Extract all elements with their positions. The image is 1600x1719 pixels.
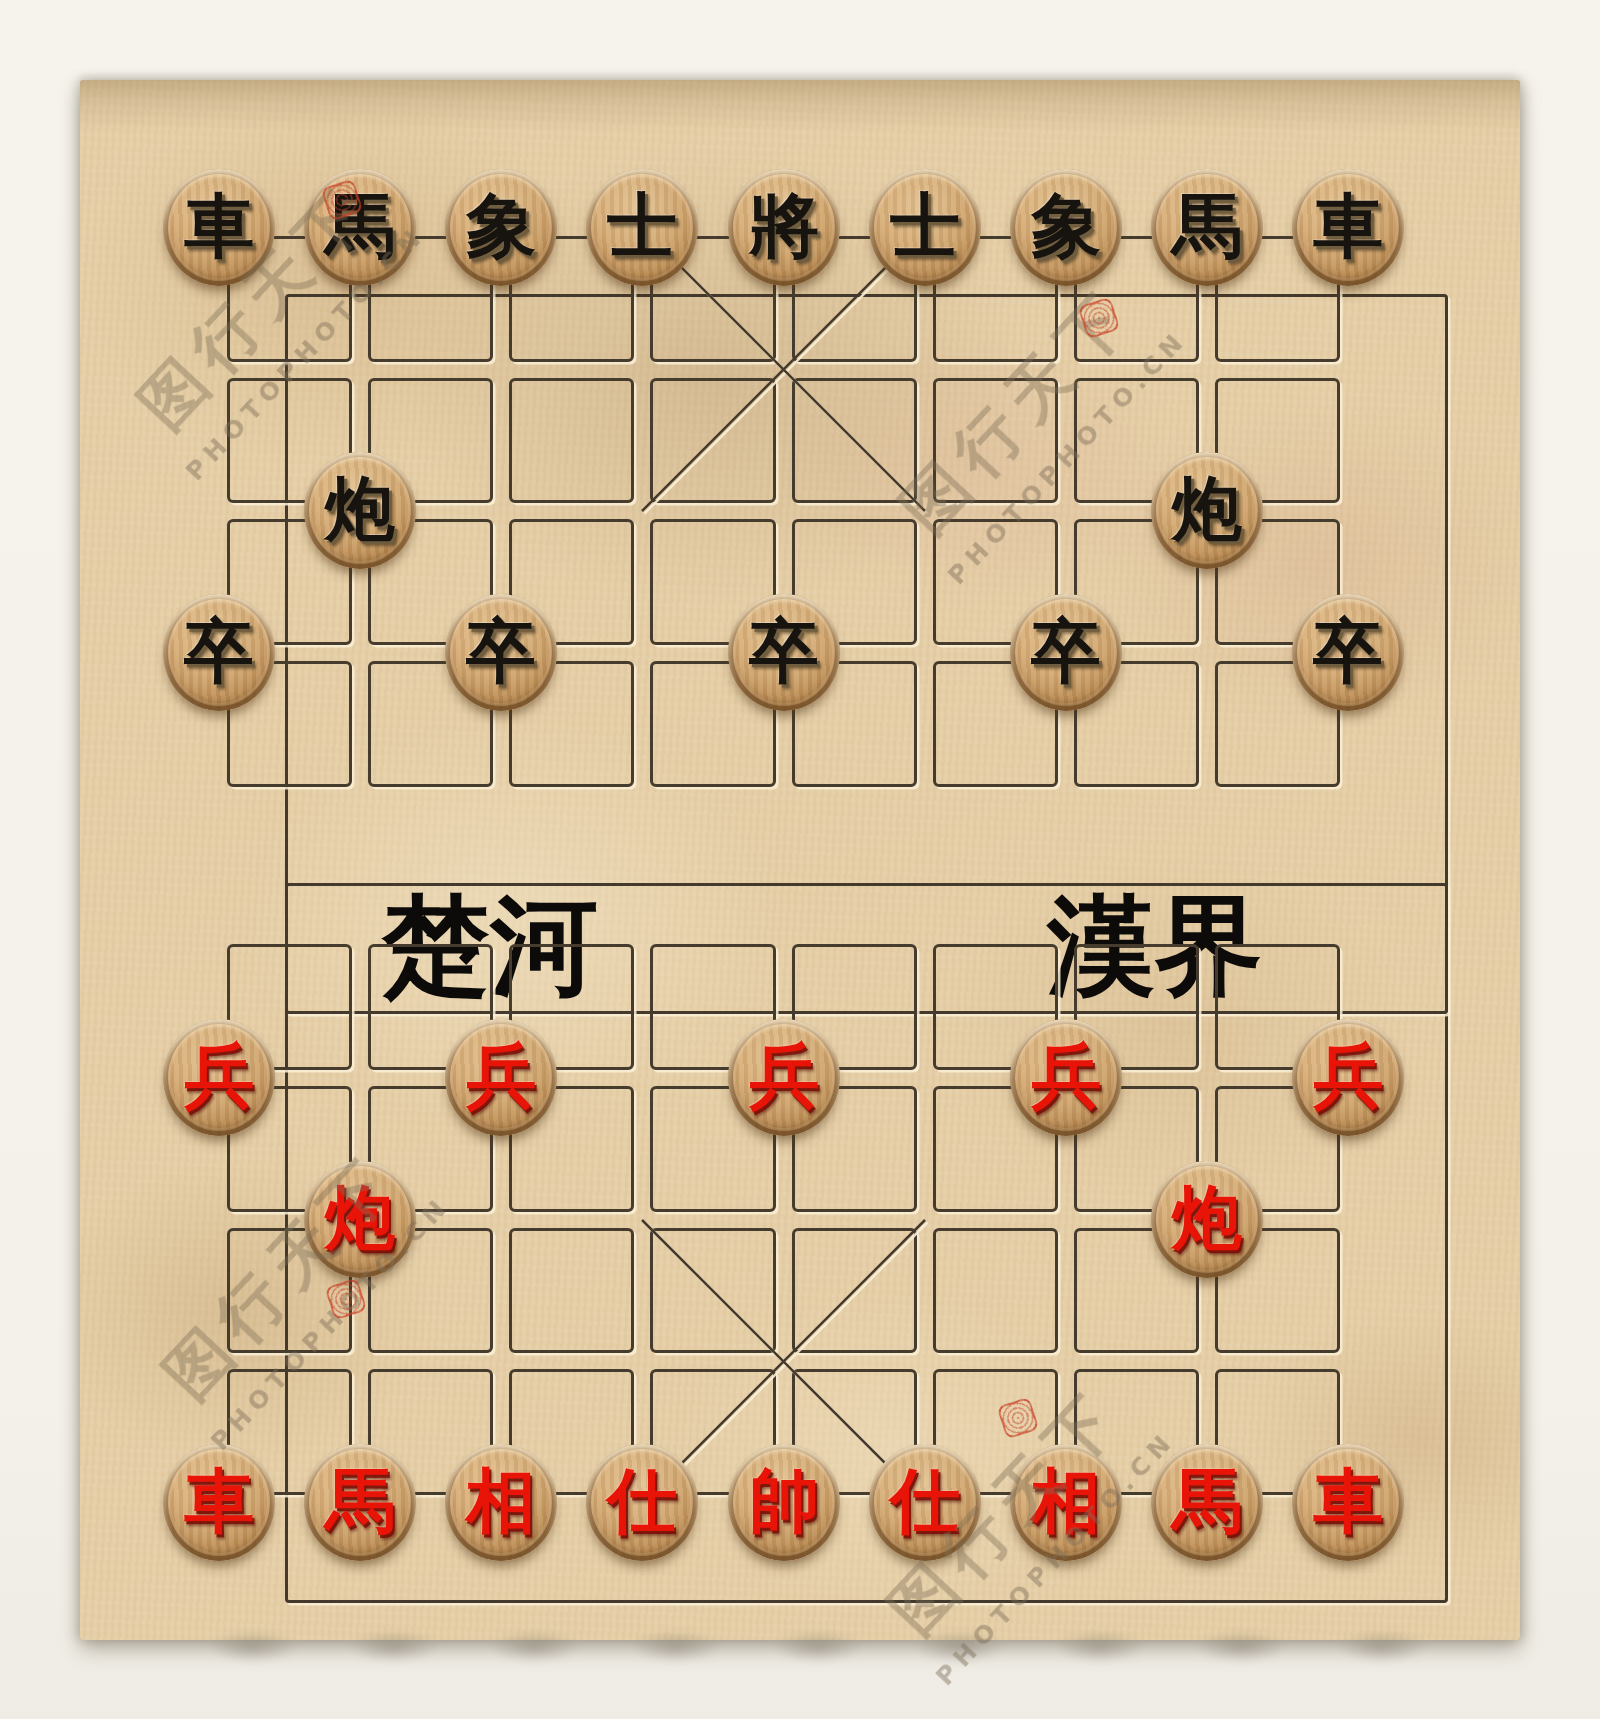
piece-red-soldier[interactable]: 兵 xyxy=(1010,1019,1122,1136)
piece-edge-shadow xyxy=(1038,1624,1162,1670)
piece-character: 兵 xyxy=(466,1041,536,1111)
piece-black-horse[interactable]: 馬 xyxy=(1151,169,1263,286)
piece-edge-shadow xyxy=(1179,1624,1303,1670)
paper-board-background: 楚河 漢界 xyxy=(80,80,1520,1640)
piece-black-elephant[interactable]: 象 xyxy=(1010,169,1122,286)
piece-black-soldier[interactable]: 卒 xyxy=(728,594,840,711)
xiangqi-scene: 楚河 漢界 車馬象士將士象馬車炮炮卒卒卒卒卒兵兵兵兵兵炮炮車馬相仕帥仕相馬車 图… xyxy=(0,0,1600,1719)
board-cell xyxy=(792,378,917,503)
piece-red-soldier[interactable]: 兵 xyxy=(163,1019,275,1136)
piece-black-general[interactable]: 將 xyxy=(728,169,840,286)
piece-black-chariot[interactable]: 車 xyxy=(163,169,275,286)
piece-character: 兵 xyxy=(1031,1041,1101,1111)
board-cell xyxy=(650,1228,776,1353)
piece-black-soldier[interactable]: 卒 xyxy=(163,594,275,711)
piece-character: 仕 xyxy=(607,1466,677,1536)
piece-character: 兵 xyxy=(184,1041,254,1111)
piece-character: 卒 xyxy=(466,616,536,686)
piece-red-general[interactable]: 帥 xyxy=(728,1444,840,1561)
piece-character: 炮 xyxy=(325,1183,395,1253)
piece-character: 炮 xyxy=(325,474,395,544)
piece-character: 車 xyxy=(184,1466,254,1536)
board-cell xyxy=(792,1228,917,1353)
piece-red-soldier[interactable]: 兵 xyxy=(445,1019,557,1136)
piece-red-elephant[interactable]: 相 xyxy=(1010,1444,1122,1561)
piece-edge-shadow xyxy=(332,1624,456,1670)
piece-character: 車 xyxy=(1313,191,1383,261)
piece-red-horse[interactable]: 馬 xyxy=(304,1444,416,1561)
piece-character: 車 xyxy=(1313,1466,1383,1536)
piece-character: 仕 xyxy=(890,1466,960,1536)
piece-black-soldier[interactable]: 卒 xyxy=(1292,594,1404,711)
piece-character: 車 xyxy=(184,191,254,261)
piece-character: 馬 xyxy=(325,1466,395,1536)
piece-character: 卒 xyxy=(1313,616,1383,686)
piece-character: 相 xyxy=(1031,1466,1101,1536)
piece-black-cannon[interactable]: 炮 xyxy=(304,452,416,569)
piece-red-chariot[interactable]: 車 xyxy=(1292,1444,1404,1561)
piece-character: 馬 xyxy=(1172,191,1242,261)
piece-red-soldier[interactable]: 兵 xyxy=(728,1019,840,1136)
piece-character: 士 xyxy=(890,191,960,261)
board-cell xyxy=(509,1228,634,1353)
piece-character: 馬 xyxy=(1172,1466,1242,1536)
piece-character: 兵 xyxy=(749,1041,819,1111)
piece-character: 相 xyxy=(466,1466,536,1536)
piece-character: 將 xyxy=(749,191,819,261)
board-cell xyxy=(933,1228,1058,1353)
piece-black-elephant[interactable]: 象 xyxy=(445,169,557,286)
piece-red-cannon[interactable]: 炮 xyxy=(1151,1161,1263,1278)
board-cell xyxy=(650,378,776,503)
piece-edge-shadow xyxy=(756,1624,880,1670)
piece-edge-shadow xyxy=(191,1624,315,1670)
piece-character: 象 xyxy=(1031,191,1101,261)
piece-edge-shadow xyxy=(473,1624,597,1670)
piece-edge-shadow xyxy=(1320,1624,1444,1670)
piece-character: 帥 xyxy=(749,1466,819,1536)
piece-character: 卒 xyxy=(184,616,254,686)
piece-red-advisor[interactable]: 仕 xyxy=(586,1444,698,1561)
piece-character: 兵 xyxy=(1313,1041,1383,1111)
piece-character: 炮 xyxy=(1172,474,1242,544)
piece-red-advisor[interactable]: 仕 xyxy=(869,1444,981,1561)
piece-character: 炮 xyxy=(1172,1183,1242,1253)
piece-red-horse[interactable]: 馬 xyxy=(1151,1444,1263,1561)
piece-character: 士 xyxy=(607,191,677,261)
piece-character: 象 xyxy=(466,191,536,261)
piece-red-chariot[interactable]: 車 xyxy=(163,1444,275,1561)
piece-edge-shadow xyxy=(897,1624,1021,1670)
piece-black-soldier[interactable]: 卒 xyxy=(1010,594,1122,711)
piece-black-advisor[interactable]: 士 xyxy=(869,169,981,286)
piece-edge-shadow xyxy=(614,1624,738,1670)
piece-character: 卒 xyxy=(1031,616,1101,686)
piece-black-soldier[interactable]: 卒 xyxy=(445,594,557,711)
board-cell xyxy=(509,378,634,503)
piece-character: 卒 xyxy=(749,616,819,686)
piece-red-soldier[interactable]: 兵 xyxy=(1292,1019,1404,1136)
piece-black-horse[interactable]: 馬 xyxy=(304,169,416,286)
piece-black-cannon[interactable]: 炮 xyxy=(1151,452,1263,569)
piece-red-cannon[interactable]: 炮 xyxy=(304,1161,416,1278)
piece-black-advisor[interactable]: 士 xyxy=(586,169,698,286)
board-cell xyxy=(933,378,1058,503)
piece-red-elephant[interactable]: 相 xyxy=(445,1444,557,1561)
piece-black-chariot[interactable]: 車 xyxy=(1292,169,1404,286)
